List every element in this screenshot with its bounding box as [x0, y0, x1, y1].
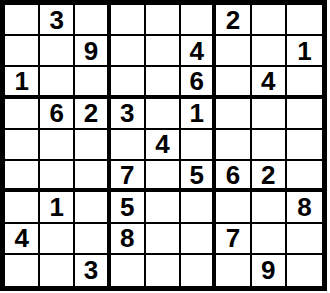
cell-r3c1[interactable]: 1 — [5, 67, 40, 98]
cell-r6c7[interactable]: 6 — [216, 161, 251, 192]
cell-r2c9[interactable]: 1 — [287, 36, 322, 67]
cell-r1c2[interactable]: 3 — [40, 5, 75, 36]
cell-r1c6[interactable] — [181, 5, 216, 36]
cell-r5c7[interactable] — [216, 130, 251, 161]
cell-r1c1[interactable] — [5, 5, 40, 36]
cell-r3c4[interactable] — [111, 67, 146, 98]
cell-r9c1[interactable] — [5, 255, 40, 286]
sudoku-board: 3294116462314756215848739 — [0, 0, 327, 291]
cell-r4c3[interactable]: 2 — [75, 99, 110, 130]
cell-r3c2[interactable] — [40, 67, 75, 98]
cell-r6c3[interactable] — [75, 161, 110, 192]
cell-r8c7[interactable]: 7 — [216, 224, 251, 255]
cell-r3c7[interactable] — [216, 67, 251, 98]
cell-r6c8[interactable]: 2 — [252, 161, 287, 192]
cell-r4c6[interactable]: 1 — [181, 99, 216, 130]
cell-r5c8[interactable] — [252, 130, 287, 161]
cell-r1c9[interactable] — [287, 5, 322, 36]
cell-r9c3[interactable]: 3 — [75, 255, 110, 286]
cell-r9c5[interactable] — [146, 255, 181, 286]
cell-r3c9[interactable] — [287, 67, 322, 98]
cell-r2c8[interactable] — [252, 36, 287, 67]
cell-r5c3[interactable] — [75, 130, 110, 161]
sudoku-page: 3294116462314756215848739 — [0, 0, 330, 293]
cell-r7c6[interactable] — [181, 192, 216, 223]
cell-r4c8[interactable] — [252, 99, 287, 130]
cell-r6c9[interactable] — [287, 161, 322, 192]
cell-r1c8[interactable] — [252, 5, 287, 36]
cell-r6c4[interactable]: 7 — [111, 161, 146, 192]
cell-r5c1[interactable] — [5, 130, 40, 161]
cell-r1c4[interactable] — [111, 5, 146, 36]
cell-r7c1[interactable] — [5, 192, 40, 223]
cell-r7c2[interactable]: 1 — [40, 192, 75, 223]
cell-r6c5[interactable] — [146, 161, 181, 192]
cell-r8c1[interactable]: 4 — [5, 224, 40, 255]
cell-r8c3[interactable] — [75, 224, 110, 255]
cell-r7c7[interactable] — [216, 192, 251, 223]
cell-r8c8[interactable] — [252, 224, 287, 255]
cell-r8c2[interactable] — [40, 224, 75, 255]
cell-r5c9[interactable] — [287, 130, 322, 161]
cell-r8c5[interactable] — [146, 224, 181, 255]
cell-r7c4[interactable]: 5 — [111, 192, 146, 223]
cell-r4c7[interactable] — [216, 99, 251, 130]
cell-r3c5[interactable] — [146, 67, 181, 98]
cell-r4c5[interactable] — [146, 99, 181, 130]
cell-r4c4[interactable]: 3 — [111, 99, 146, 130]
cell-r3c8[interactable]: 4 — [252, 67, 287, 98]
cell-r5c2[interactable] — [40, 130, 75, 161]
cell-r9c4[interactable] — [111, 255, 146, 286]
cell-r7c5[interactable] — [146, 192, 181, 223]
cell-r1c5[interactable] — [146, 5, 181, 36]
cell-r2c4[interactable] — [111, 36, 146, 67]
cell-r4c1[interactable] — [5, 99, 40, 130]
cell-r2c6[interactable]: 4 — [181, 36, 216, 67]
cell-r7c3[interactable] — [75, 192, 110, 223]
cell-r2c1[interactable] — [5, 36, 40, 67]
cell-r7c8[interactable] — [252, 192, 287, 223]
cell-r5c4[interactable] — [111, 130, 146, 161]
cell-r4c9[interactable] — [287, 99, 322, 130]
cell-r5c6[interactable] — [181, 130, 216, 161]
cell-r2c2[interactable] — [40, 36, 75, 67]
cell-r9c8[interactable]: 9 — [252, 255, 287, 286]
cell-r3c6[interactable]: 6 — [181, 67, 216, 98]
cell-r9c7[interactable] — [216, 255, 251, 286]
cell-r2c7[interactable] — [216, 36, 251, 67]
cell-r2c5[interactable] — [146, 36, 181, 67]
cell-r4c2[interactable]: 6 — [40, 99, 75, 130]
cell-r8c6[interactable] — [181, 224, 216, 255]
cell-r5c5[interactable]: 4 — [146, 130, 181, 161]
cell-r1c7[interactable]: 2 — [216, 5, 251, 36]
cell-r6c1[interactable] — [5, 161, 40, 192]
cell-r9c6[interactable] — [181, 255, 216, 286]
cell-r9c9[interactable] — [287, 255, 322, 286]
cell-r7c9[interactable]: 8 — [287, 192, 322, 223]
cell-r6c6[interactable]: 5 — [181, 161, 216, 192]
cell-r9c2[interactable] — [40, 255, 75, 286]
cell-r8c9[interactable] — [287, 224, 322, 255]
cell-r6c2[interactable] — [40, 161, 75, 192]
cell-r2c3[interactable]: 9 — [75, 36, 110, 67]
cell-r1c3[interactable] — [75, 5, 110, 36]
cell-r3c3[interactable] — [75, 67, 110, 98]
cell-r8c4[interactable]: 8 — [111, 224, 146, 255]
